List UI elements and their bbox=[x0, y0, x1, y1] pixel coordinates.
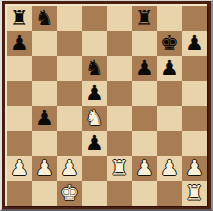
square-c4[interactable] bbox=[57, 106, 82, 131]
square-e4[interactable] bbox=[107, 106, 132, 131]
square-h8[interactable] bbox=[182, 6, 207, 31]
square-c3[interactable] bbox=[57, 131, 82, 156]
square-a1[interactable] bbox=[7, 181, 32, 206]
square-c7[interactable] bbox=[57, 31, 82, 56]
square-h5[interactable] bbox=[182, 81, 207, 106]
square-e5[interactable] bbox=[107, 81, 132, 106]
square-a4[interactable] bbox=[7, 106, 32, 131]
square-h4[interactable] bbox=[182, 106, 207, 131]
square-f5[interactable] bbox=[132, 81, 157, 106]
black-pawn-f6[interactable]: ♟ bbox=[135, 56, 154, 81]
black-pawn-g6[interactable]: ♟ bbox=[160, 56, 179, 81]
black-pawn-d5[interactable]: ♟ bbox=[85, 81, 104, 106]
black-pawn-h7[interactable]: ♟ bbox=[185, 31, 204, 56]
square-c8[interactable] bbox=[57, 6, 82, 31]
square-d4[interactable]: ♞ bbox=[82, 106, 107, 131]
square-a5[interactable] bbox=[7, 81, 32, 106]
white-rook-e2[interactable]: ♜ bbox=[110, 156, 129, 181]
square-e1[interactable] bbox=[107, 181, 132, 206]
square-c2[interactable]: ♟ bbox=[57, 156, 82, 181]
square-d7[interactable] bbox=[82, 31, 107, 56]
chess-board: ♜♞♜♟♚♟♞♟♟♟♟♞♟♟♟♟♜♟♟♟♚♜ bbox=[7, 6, 207, 206]
square-h2[interactable]: ♟ bbox=[182, 156, 207, 181]
square-b6[interactable] bbox=[32, 56, 57, 81]
black-pawn-d3[interactable]: ♟ bbox=[85, 131, 104, 156]
square-h7[interactable]: ♟ bbox=[182, 31, 207, 56]
square-b2[interactable]: ♟ bbox=[32, 156, 57, 181]
square-b5[interactable] bbox=[32, 81, 57, 106]
square-g3[interactable] bbox=[157, 131, 182, 156]
white-pawn-f2[interactable]: ♟ bbox=[135, 156, 154, 181]
square-d5[interactable]: ♟ bbox=[82, 81, 107, 106]
square-d2[interactable] bbox=[82, 156, 107, 181]
square-h1[interactable]: ♜ bbox=[182, 181, 207, 206]
black-knight-d6[interactable]: ♞ bbox=[85, 56, 104, 81]
square-d8[interactable] bbox=[82, 6, 107, 31]
square-b1[interactable] bbox=[32, 181, 57, 206]
white-king-c1[interactable]: ♚ bbox=[60, 181, 79, 206]
black-pawn-b4[interactable]: ♟ bbox=[35, 106, 54, 131]
square-f7[interactable] bbox=[132, 31, 157, 56]
square-g2[interactable]: ♟ bbox=[157, 156, 182, 181]
square-g5[interactable] bbox=[157, 81, 182, 106]
white-pawn-a2[interactable]: ♟ bbox=[10, 156, 29, 181]
white-pawn-h2[interactable]: ♟ bbox=[185, 156, 204, 181]
square-f4[interactable] bbox=[132, 106, 157, 131]
square-h3[interactable] bbox=[182, 131, 207, 156]
square-c6[interactable] bbox=[57, 56, 82, 81]
square-d3[interactable]: ♟ bbox=[82, 131, 107, 156]
black-king-g7[interactable]: ♚ bbox=[160, 31, 179, 56]
black-knight-b8[interactable]: ♞ bbox=[35, 6, 54, 31]
square-g4[interactable] bbox=[157, 106, 182, 131]
white-pawn-g2[interactable]: ♟ bbox=[160, 156, 179, 181]
square-f2[interactable]: ♟ bbox=[132, 156, 157, 181]
square-f8[interactable]: ♜ bbox=[132, 6, 157, 31]
square-b7[interactable] bbox=[32, 31, 57, 56]
black-pawn-a7[interactable]: ♟ bbox=[10, 31, 29, 56]
square-b4[interactable]: ♟ bbox=[32, 106, 57, 131]
square-e7[interactable] bbox=[107, 31, 132, 56]
square-g7[interactable]: ♚ bbox=[157, 31, 182, 56]
square-a7[interactable]: ♟ bbox=[7, 31, 32, 56]
square-e6[interactable] bbox=[107, 56, 132, 81]
white-pawn-b2[interactable]: ♟ bbox=[35, 156, 54, 181]
square-g1[interactable] bbox=[157, 181, 182, 206]
chess-board-frame: ♜♞♜♟♚♟♞♟♟♟♟♞♟♟♟♟♜♟♟♟♚♜ bbox=[0, 0, 213, 211]
square-d1[interactable] bbox=[82, 181, 107, 206]
square-f1[interactable] bbox=[132, 181, 157, 206]
black-rook-a8[interactable]: ♜ bbox=[10, 6, 29, 31]
square-h6[interactable] bbox=[182, 56, 207, 81]
square-d6[interactable]: ♞ bbox=[82, 56, 107, 81]
square-f6[interactable]: ♟ bbox=[132, 56, 157, 81]
square-e8[interactable] bbox=[107, 6, 132, 31]
square-a6[interactable] bbox=[7, 56, 32, 81]
square-g6[interactable]: ♟ bbox=[157, 56, 182, 81]
square-e3[interactable] bbox=[107, 131, 132, 156]
square-f3[interactable] bbox=[132, 131, 157, 156]
square-e2[interactable]: ♜ bbox=[107, 156, 132, 181]
square-g8[interactable] bbox=[157, 6, 182, 31]
square-a3[interactable] bbox=[7, 131, 32, 156]
square-b3[interactable] bbox=[32, 131, 57, 156]
white-pawn-c2[interactable]: ♟ bbox=[60, 156, 79, 181]
square-b8[interactable]: ♞ bbox=[32, 6, 57, 31]
white-rook-h1[interactable]: ♜ bbox=[185, 181, 204, 206]
white-knight-d4[interactable]: ♞ bbox=[85, 106, 104, 131]
square-a2[interactable]: ♟ bbox=[7, 156, 32, 181]
black-rook-f8[interactable]: ♜ bbox=[135, 6, 154, 31]
square-c5[interactable] bbox=[57, 81, 82, 106]
square-c1[interactable]: ♚ bbox=[57, 181, 82, 206]
square-a8[interactable]: ♜ bbox=[7, 6, 32, 31]
